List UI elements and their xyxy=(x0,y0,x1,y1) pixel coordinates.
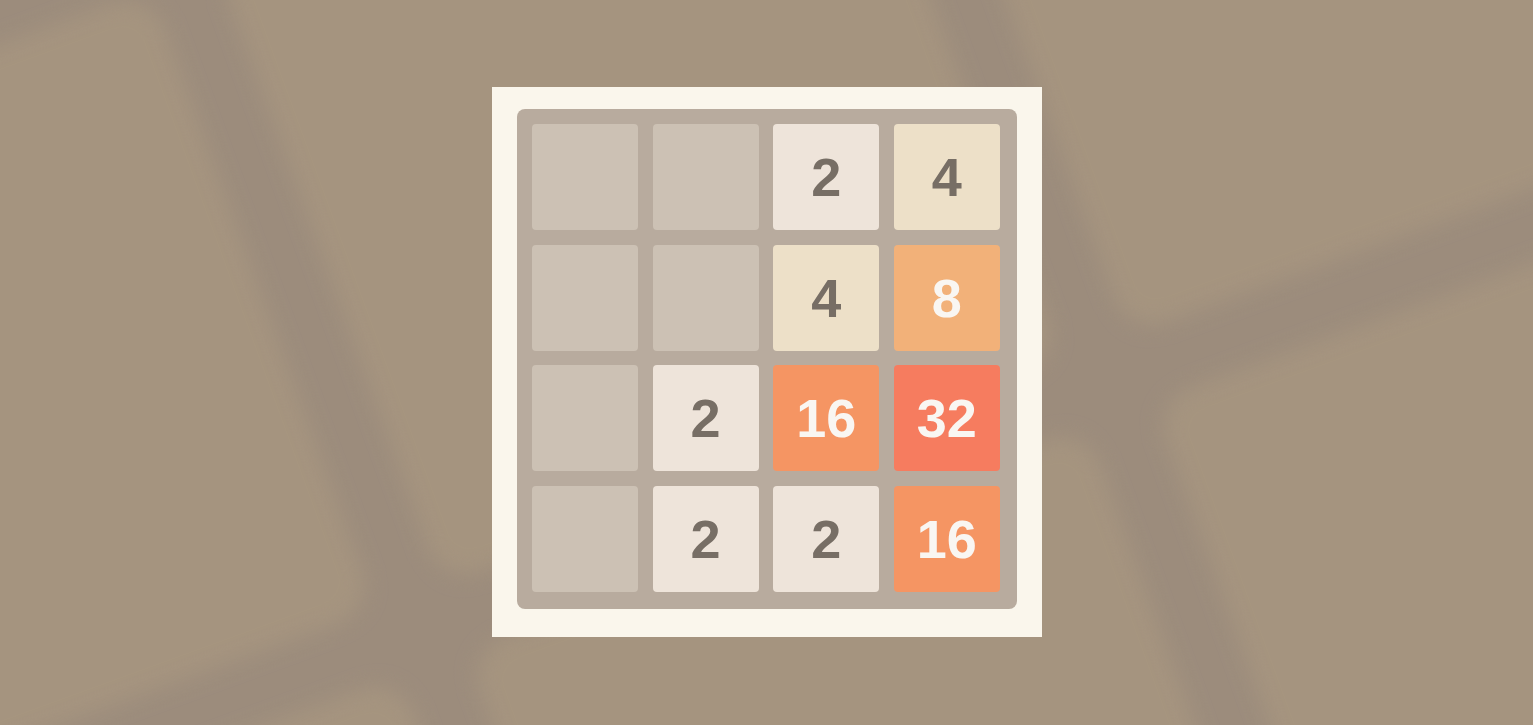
tile-2: 2 xyxy=(653,486,759,592)
empty-cell xyxy=(653,245,759,351)
empty-cell xyxy=(532,124,638,230)
tile-16: 16 xyxy=(773,365,879,471)
tile-2: 2 xyxy=(773,486,879,592)
empty-cell xyxy=(532,486,638,592)
tile-2: 2 xyxy=(653,365,759,471)
empty-cell xyxy=(532,245,638,351)
empty-cell xyxy=(532,365,638,471)
tile-32: 32 xyxy=(894,365,1000,471)
game-board[interactable]: 2448216322216 xyxy=(517,109,1017,609)
tile-8: 8 xyxy=(894,245,1000,351)
tile-4: 4 xyxy=(773,245,879,351)
tile-16: 16 xyxy=(894,486,1000,592)
tile-2: 2 xyxy=(773,124,879,230)
board-frame: 2448216322216 xyxy=(492,87,1042,637)
empty-cell xyxy=(653,124,759,230)
tile-4: 4 xyxy=(894,124,1000,230)
